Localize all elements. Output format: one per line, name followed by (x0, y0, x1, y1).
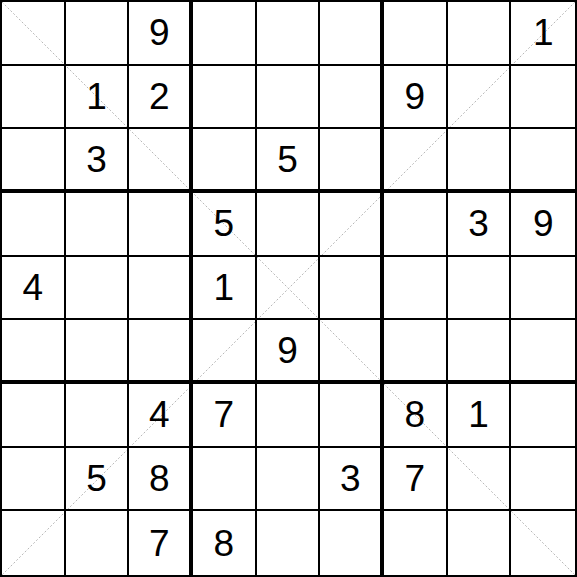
cell-r9c9[interactable] (511, 511, 575, 575)
cell-r5c9[interactable] (511, 257, 575, 321)
cell-r5c4[interactable]: 1 (193, 257, 257, 321)
cell-r5c6[interactable] (320, 257, 384, 321)
cell-r9c7[interactable] (384, 511, 448, 575)
cell-r2c4[interactable] (193, 66, 257, 130)
cell-r9c3[interactable]: 7 (129, 511, 193, 575)
cell-r6c1[interactable] (2, 320, 66, 384)
cell-r8c4[interactable] (193, 448, 257, 512)
cell-r6c7[interactable] (384, 320, 448, 384)
cell-r1c8[interactable] (448, 2, 512, 66)
cell-r3c1[interactable] (2, 129, 66, 193)
cell-r9c2[interactable] (66, 511, 130, 575)
cell-r9c4[interactable]: 8 (193, 511, 257, 575)
cell-r3c8[interactable] (448, 129, 512, 193)
cell-r1c2[interactable] (66, 2, 130, 66)
cell-r3c3[interactable] (129, 129, 193, 193)
cell-r6c3[interactable] (129, 320, 193, 384)
cell-r4c4[interactable]: 5 (193, 193, 257, 257)
cell-r6c8[interactable] (448, 320, 512, 384)
cell-r5c8[interactable] (448, 257, 512, 321)
cell-r1c3[interactable]: 9 (129, 2, 193, 66)
cell-r1c7[interactable] (384, 2, 448, 66)
cell-r2c5[interactable] (257, 66, 321, 130)
cell-r6c5[interactable]: 9 (257, 320, 321, 384)
cell-r7c9[interactable] (511, 384, 575, 448)
cell-r1c4[interactable] (193, 2, 257, 66)
cell-r6c9[interactable] (511, 320, 575, 384)
cell-r9c6[interactable] (320, 511, 384, 575)
cell-r3c2[interactable]: 3 (66, 129, 130, 193)
cell-r4c6[interactable] (320, 193, 384, 257)
cell-r4c8[interactable]: 3 (448, 193, 512, 257)
cell-r4c1[interactable] (2, 193, 66, 257)
cell-r1c5[interactable] (257, 2, 321, 66)
cell-r7c1[interactable] (2, 384, 66, 448)
cell-r2c7[interactable]: 9 (384, 66, 448, 130)
cell-r4c5[interactable] (257, 193, 321, 257)
cell-r4c2[interactable] (66, 193, 130, 257)
cell-r2c3[interactable]: 2 (129, 66, 193, 130)
cell-r3c9[interactable] (511, 129, 575, 193)
cell-r3c5[interactable]: 5 (257, 129, 321, 193)
cell-r9c5[interactable] (257, 511, 321, 575)
cell-r5c5[interactable] (257, 257, 321, 321)
sudoku-grid: 91129355394194781583778 (2, 2, 575, 575)
cell-r9c8[interactable] (448, 511, 512, 575)
cell-r9c1[interactable] (2, 511, 66, 575)
sudoku-board: 91129355394194781583778 (0, 0, 577, 577)
cell-r3c6[interactable] (320, 129, 384, 193)
cell-r2c8[interactable] (448, 66, 512, 130)
cell-r8c9[interactable] (511, 448, 575, 512)
cell-r2c1[interactable] (2, 66, 66, 130)
cell-r3c4[interactable] (193, 129, 257, 193)
cell-r5c2[interactable] (66, 257, 130, 321)
cell-r7c7[interactable]: 8 (384, 384, 448, 448)
cell-r7c5[interactable] (257, 384, 321, 448)
cell-r8c8[interactable] (448, 448, 512, 512)
cell-r7c4[interactable]: 7 (193, 384, 257, 448)
cell-r6c4[interactable] (193, 320, 257, 384)
cell-r8c6[interactable]: 3 (320, 448, 384, 512)
cell-r2c9[interactable] (511, 66, 575, 130)
cell-r7c3[interactable]: 4 (129, 384, 193, 448)
cell-r1c1[interactable] (2, 2, 66, 66)
cell-r7c6[interactable] (320, 384, 384, 448)
cell-r8c1[interactable] (2, 448, 66, 512)
cell-r2c2[interactable]: 1 (66, 66, 130, 130)
cell-r5c1[interactable]: 4 (2, 257, 66, 321)
cell-r5c3[interactable] (129, 257, 193, 321)
cell-r8c7[interactable]: 7 (384, 448, 448, 512)
cell-r7c2[interactable] (66, 384, 130, 448)
cell-r5c7[interactable] (384, 257, 448, 321)
cell-r1c9[interactable]: 1 (511, 2, 575, 66)
cell-r1c6[interactable] (320, 2, 384, 66)
cell-r8c5[interactable] (257, 448, 321, 512)
cell-r8c3[interactable]: 8 (129, 448, 193, 512)
cell-r2c6[interactable] (320, 66, 384, 130)
cell-r4c7[interactable] (384, 193, 448, 257)
cell-r6c6[interactable] (320, 320, 384, 384)
cell-r4c3[interactable] (129, 193, 193, 257)
cell-r8c2[interactable]: 5 (66, 448, 130, 512)
cell-r4c9[interactable]: 9 (511, 193, 575, 257)
cell-r6c2[interactable] (66, 320, 130, 384)
cell-r3c7[interactable] (384, 129, 448, 193)
cell-r7c8[interactable]: 1 (448, 384, 512, 448)
